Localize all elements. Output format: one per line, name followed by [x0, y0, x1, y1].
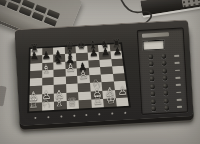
panel-label-tick	[176, 84, 181, 86]
panel-button	[149, 76, 154, 81]
control-panel	[137, 27, 189, 114]
square-f1	[91, 99, 104, 108]
panel-button	[161, 61, 166, 66]
panel-button	[163, 83, 168, 88]
coordinate-mark	[73, 114, 75, 116]
panel-label-tick	[176, 91, 181, 93]
square-b1	[42, 101, 54, 110]
panel-button	[162, 68, 167, 73]
panel-button	[161, 54, 166, 59]
brand-label	[142, 32, 169, 38]
photo-scene: ♖♘♗♕♖♔♙♙♙♙♙♙♘♙♙♗♜♛♚♝♞♜♟♟♟♝♟♟♟♞♟♟	[0, 0, 200, 144]
chess-board	[27, 42, 131, 113]
square-d1	[66, 100, 79, 109]
panel-button	[163, 91, 168, 96]
panel-label-tick	[177, 106, 182, 108]
coordinate-mark	[111, 112, 113, 114]
coordinate-mark	[86, 113, 88, 115]
panel-button	[151, 106, 156, 111]
chess-computer: ♖♘♗♕♖♔♙♙♙♙♙♙♘♙♙♗♜♛♚♝♞♜♟♟♟♝♟♟♟♞♟♟	[14, 19, 193, 126]
calculator-device	[140, 0, 200, 16]
square-e1	[78, 99, 91, 108]
panel-button	[162, 76, 167, 81]
board-grid	[29, 44, 129, 111]
coordinate-mark	[98, 113, 100, 115]
keypad-key	[0, 0, 7, 6]
calculator-keypad	[181, 0, 200, 8]
coordinate-mark	[60, 115, 62, 117]
panel-button-grid	[144, 53, 173, 111]
square-c1	[54, 101, 67, 110]
panel-label-tick	[174, 55, 179, 57]
square-h1	[115, 97, 128, 106]
coordinate-mark	[35, 116, 37, 118]
panel-button	[148, 54, 153, 59]
coordinate-mark	[47, 116, 49, 118]
panel-button	[151, 99, 156, 104]
panel-label-tick	[175, 69, 180, 71]
lcd-display	[142, 40, 165, 51]
table-edge-object	[0, 86, 7, 107]
panel-button	[149, 69, 154, 74]
panel-label-tick	[175, 77, 180, 79]
panel-label-tick	[175, 62, 180, 64]
panel-button	[150, 84, 155, 89]
panel-button	[150, 91, 155, 96]
keypad-keys	[0, 0, 60, 27]
panel-label-ticks	[174, 55, 183, 108]
coordinate-mark	[124, 111, 126, 113]
square-g1	[103, 98, 116, 107]
square-a1	[29, 102, 41, 111]
panel-button	[148, 62, 153, 67]
panel-label-tick	[177, 99, 182, 101]
panel-button	[164, 105, 169, 110]
panel-button	[164, 98, 169, 103]
board-area: ♖♘♗♕♖♔♙♙♙♙♙♙♘♙♙♗♜♛♚♝♞♜♟♟♟♝♟♟♟♞♟♟	[21, 28, 134, 120]
